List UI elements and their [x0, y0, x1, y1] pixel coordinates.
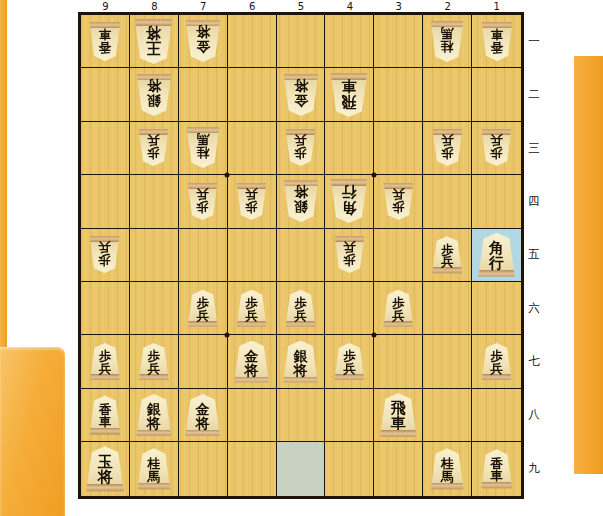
square-1三[interactable]: 歩兵: [472, 122, 521, 175]
piece-sente-pawn[interactable]: 歩兵: [285, 290, 316, 327]
square-6二[interactable]: [228, 68, 277, 121]
piece-kanji: 兵: [245, 187, 258, 200]
square-1四[interactable]: [472, 175, 521, 228]
piece-kanji: 馬: [196, 133, 209, 146]
square-3七[interactable]: [374, 335, 423, 388]
square-5三[interactable]: 歩兵: [277, 122, 326, 175]
square-5五[interactable]: [277, 229, 326, 282]
square-1五[interactable]: 角行: [472, 229, 521, 282]
square-1七[interactable]: 歩兵: [472, 335, 521, 388]
piece-gote-pawn[interactable]: 歩兵: [481, 129, 512, 166]
square-8七[interactable]: 歩兵: [130, 335, 179, 388]
piece-kanji: 車: [391, 416, 406, 431]
piece-gote-pawn[interactable]: 歩兵: [432, 129, 463, 166]
piece-sente-knight[interactable]: 桂馬: [137, 448, 171, 489]
piece-sente-pawn[interactable]: 歩兵: [383, 290, 414, 327]
square-9七[interactable]: 歩兵: [81, 335, 130, 388]
square-7四[interactable]: 歩兵: [179, 175, 228, 228]
piece-kanji: 車: [490, 27, 503, 40]
rank-label-3: 三: [526, 122, 542, 175]
board-grid: 香車王将金将桂馬香車銀将金将飛車歩兵桂馬歩兵歩兵歩兵歩兵歩兵銀将角行歩兵歩兵歩兵…: [81, 15, 521, 496]
piece-kanji: 将: [294, 186, 308, 200]
piece-kanji: 兵: [343, 363, 356, 376]
square-3六[interactable]: 歩兵: [374, 282, 423, 335]
square-4二[interactable]: 飛車: [325, 68, 374, 121]
square-2五[interactable]: 歩兵: [423, 229, 472, 282]
square-7二[interactable]: [179, 68, 228, 121]
square-3九[interactable]: [374, 442, 423, 495]
square-1二[interactable]: [472, 68, 521, 121]
piece-sente-pawn[interactable]: 歩兵: [432, 236, 463, 273]
square-4一[interactable]: [325, 15, 374, 68]
hoshi-star-point: [371, 332, 376, 337]
piece-sente-pawn[interactable]: 歩兵: [138, 343, 169, 380]
piece-kanji: 兵: [196, 187, 209, 200]
square-6八[interactable]: [228, 389, 277, 442]
square-9五[interactable]: 歩兵: [81, 229, 130, 282]
piece-kanji: 将: [245, 363, 259, 377]
square-5六[interactable]: 歩兵: [277, 282, 326, 335]
piece-kanji: 銀: [294, 200, 308, 214]
square-8八[interactable]: 銀将: [130, 389, 179, 442]
rank-label-5: 五: [526, 228, 542, 281]
square-9八[interactable]: 香車: [81, 389, 130, 442]
piece-kanji: 馬: [441, 26, 454, 39]
piece-kanji: 兵: [245, 310, 258, 323]
square-7七[interactable]: [179, 335, 228, 388]
piece-kanji: 車: [342, 78, 357, 93]
square-6七[interactable]: 金将: [228, 335, 277, 388]
piece-gote-pawn[interactable]: 歩兵: [236, 183, 267, 220]
piece-kanji: 兵: [392, 187, 405, 200]
piece-kanji: 歩: [490, 146, 503, 159]
piece-kanji: 桂: [441, 457, 454, 470]
square-8三[interactable]: 歩兵: [130, 122, 179, 175]
square-9二[interactable]: [81, 68, 130, 121]
piece-gote-silver[interactable]: 銀将: [136, 74, 172, 116]
square-5四[interactable]: 銀将: [277, 175, 326, 228]
hoshi-star-point: [225, 332, 230, 337]
hoshi-star-point: [225, 172, 230, 177]
piece-sente-lance[interactable]: 香車: [481, 449, 513, 488]
rank-label-8: 八: [526, 388, 542, 441]
piece-sente-pawn[interactable]: 歩兵: [236, 290, 267, 327]
rank-label-4: 四: [526, 175, 542, 228]
square-7六[interactable]: 歩兵: [179, 282, 228, 335]
square-4七[interactable]: 歩兵: [325, 335, 374, 388]
square-6九[interactable]: [228, 442, 277, 495]
piece-kanji: 将: [97, 470, 112, 485]
square-4三[interactable]: [325, 122, 374, 175]
piece-gote-silver[interactable]: 銀将: [283, 180, 319, 222]
piece-sente-bishop[interactable]: 角行: [478, 233, 516, 277]
piece-kanji: 兵: [148, 363, 161, 376]
piece-sente-pawn[interactable]: 歩兵: [334, 343, 365, 380]
piece-kanji: 将: [196, 416, 210, 430]
square-6三[interactable]: [228, 122, 277, 175]
square-5九[interactable]: [277, 442, 326, 495]
square-7五[interactable]: [179, 229, 228, 282]
piece-gote-bishop[interactable]: 角行: [330, 179, 368, 223]
square-8二[interactable]: 銀将: [130, 68, 179, 121]
piece-kanji: 兵: [99, 363, 112, 376]
square-2九[interactable]: 桂馬: [423, 442, 472, 495]
piece-gote-lance[interactable]: 香車: [89, 22, 121, 61]
square-4五[interactable]: 歩兵: [325, 229, 374, 282]
piece-kanji: 兵: [196, 310, 209, 323]
square-5二[interactable]: 金将: [277, 68, 326, 121]
piece-kanji: 兵: [294, 134, 307, 147]
square-7三[interactable]: 桂馬: [179, 122, 228, 175]
piece-kanji: 歩: [441, 146, 454, 159]
bottom-left-piece-stand: [0, 347, 65, 516]
piece-kanji: 将: [294, 79, 308, 93]
square-4八[interactable]: [325, 389, 374, 442]
piece-kanji: 歩: [294, 146, 307, 159]
square-2一[interactable]: 桂馬: [423, 15, 472, 68]
piece-kanji: 行: [489, 256, 504, 271]
square-4九[interactable]: [325, 442, 374, 495]
square-6六[interactable]: 歩兵: [228, 282, 277, 335]
square-2八[interactable]: [423, 389, 472, 442]
piece-kanji: 兵: [441, 256, 454, 269]
square-3二[interactable]: [374, 68, 423, 121]
square-7八[interactable]: 金将: [179, 389, 228, 442]
rank-label-1: 一: [526, 15, 542, 68]
piece-gote-lance[interactable]: 香車: [481, 22, 513, 61]
piece-gote-knight[interactable]: 桂馬: [186, 127, 220, 168]
piece-kanji: 兵: [392, 310, 405, 323]
piece-kanji: 将: [147, 79, 161, 93]
square-1八[interactable]: [472, 389, 521, 442]
hoshi-star-point: [371, 172, 376, 177]
piece-kanji: 歩: [148, 146, 161, 159]
piece-kanji: 桂: [441, 40, 454, 53]
piece-kanji: 将: [146, 24, 161, 39]
rank-label-9: 九: [526, 442, 542, 495]
rank-coordinate-labels: 一二三四五六七八九: [526, 15, 542, 495]
rank-label-6: 六: [526, 282, 542, 335]
square-8五[interactable]: [130, 229, 179, 282]
piece-gote-king[interactable]: 王将: [134, 19, 173, 64]
square-9一[interactable]: 香車: [81, 15, 130, 68]
piece-gote-pawn[interactable]: 歩兵: [334, 236, 365, 273]
piece-sente-lance[interactable]: 香車: [89, 395, 121, 434]
piece-kanji: 兵: [343, 241, 356, 254]
piece-kanji: 馬: [441, 470, 454, 483]
piece-sente-silver[interactable]: 銀将: [136, 394, 172, 436]
square-9三[interactable]: [81, 122, 130, 175]
piece-sente-gold[interactable]: 金将: [234, 341, 270, 383]
piece-gote-knight[interactable]: 桂馬: [430, 21, 464, 62]
piece-kanji: 飛: [342, 93, 357, 108]
square-3三[interactable]: [374, 122, 423, 175]
piece-kanji: 桂: [196, 146, 209, 159]
square-2六[interactable]: [423, 282, 472, 335]
piece-kanji: 車: [99, 416, 112, 429]
square-6四[interactable]: 歩兵: [228, 175, 277, 228]
square-3五[interactable]: [374, 229, 423, 282]
square-2三[interactable]: 歩兵: [423, 122, 472, 175]
piece-kanji: 兵: [490, 363, 503, 376]
square-2四[interactable]: [423, 175, 472, 228]
piece-kanji: 金: [196, 402, 210, 416]
rank-label-2: 二: [526, 68, 542, 121]
piece-sente-gold[interactable]: 金将: [185, 394, 221, 436]
piece-kanji: 兵: [99, 241, 112, 254]
square-8六[interactable]: [130, 282, 179, 335]
piece-gote-pawn[interactable]: 歩兵: [187, 183, 218, 220]
piece-kanji: 金: [245, 349, 259, 363]
piece-sente-king[interactable]: 玉将: [85, 446, 124, 491]
square-8一[interactable]: 王将: [130, 15, 179, 68]
right-piece-stand: [574, 56, 603, 474]
square-8四[interactable]: [130, 175, 179, 228]
square-4六[interactable]: [325, 282, 374, 335]
square-8九[interactable]: 桂馬: [130, 442, 179, 495]
piece-sente-pawn[interactable]: 歩兵: [481, 343, 512, 380]
piece-gote-gold[interactable]: 金将: [283, 74, 319, 116]
piece-kanji: 行: [342, 185, 357, 200]
piece-kanji: 歩: [343, 253, 356, 266]
piece-kanji: 車: [99, 27, 112, 40]
piece-kanji: 将: [196, 25, 210, 39]
piece-sente-pawn[interactable]: 歩兵: [89, 343, 120, 380]
piece-kanji: 歩: [99, 253, 112, 266]
piece-kanji: 兵: [294, 310, 307, 323]
square-2二[interactable]: [423, 68, 472, 121]
square-5一[interactable]: [277, 15, 326, 68]
piece-kanji: 金: [294, 93, 308, 107]
piece-kanji: 将: [147, 416, 161, 430]
shogi-board: 香車王将金将桂馬香車銀将金将飛車歩兵桂馬歩兵歩兵歩兵歩兵歩兵銀将角行歩兵歩兵歩兵…: [78, 12, 524, 499]
piece-kanji: 銀: [147, 93, 161, 107]
piece-kanji: 馬: [147, 470, 160, 483]
piece-kanji: 金: [196, 40, 210, 54]
square-3八[interactable]: 飛車: [374, 389, 423, 442]
piece-kanji: 角: [342, 200, 357, 215]
piece-kanji: 桂: [147, 457, 160, 470]
square-7一[interactable]: 金将: [179, 15, 228, 68]
piece-kanji: 銀: [147, 402, 161, 416]
square-3四[interactable]: 歩兵: [374, 175, 423, 228]
piece-sente-rook[interactable]: 飛車: [379, 393, 417, 437]
piece-kanji: 車: [490, 470, 503, 483]
piece-sente-pawn[interactable]: 歩兵: [187, 290, 218, 327]
square-5七[interactable]: 銀将: [277, 335, 326, 388]
square-5八[interactable]: [277, 389, 326, 442]
square-1九[interactable]: 香車: [472, 442, 521, 495]
square-3一[interactable]: [374, 15, 423, 68]
square-6一[interactable]: [228, 15, 277, 68]
shogi-app-window: 987654321 香車王将金将桂馬香車銀将金将飛車歩兵桂馬歩兵歩兵歩兵歩兵歩兵…: [0, 0, 603, 516]
square-9四[interactable]: [81, 175, 130, 228]
square-9九[interactable]: 玉将: [81, 442, 130, 495]
square-1六[interactable]: [472, 282, 521, 335]
piece-kanji: 兵: [490, 134, 503, 147]
square-4四[interactable]: 角行: [325, 175, 374, 228]
piece-gote-pawn[interactable]: 歩兵: [138, 129, 169, 166]
square-1一[interactable]: 香車: [472, 15, 521, 68]
square-9六[interactable]: [81, 282, 130, 335]
square-7九[interactable]: [179, 442, 228, 495]
piece-gote-pawn[interactable]: 歩兵: [89, 236, 120, 273]
piece-gote-rook[interactable]: 飛車: [330, 73, 368, 117]
square-6五[interactable]: [228, 229, 277, 282]
piece-kanji: 銀: [294, 349, 308, 363]
square-2七[interactable]: [423, 335, 472, 388]
piece-gote-pawn[interactable]: 歩兵: [383, 183, 414, 220]
piece-sente-knight[interactable]: 桂馬: [430, 448, 464, 489]
piece-sente-silver[interactable]: 銀将: [283, 341, 319, 383]
piece-gote-gold[interactable]: 金将: [185, 20, 221, 62]
rank-label-7: 七: [526, 335, 542, 388]
piece-gote-pawn[interactable]: 歩兵: [285, 129, 316, 166]
piece-kanji: 兵: [148, 134, 161, 147]
piece-kanji: 将: [294, 363, 308, 377]
piece-kanji: 兵: [441, 134, 454, 147]
